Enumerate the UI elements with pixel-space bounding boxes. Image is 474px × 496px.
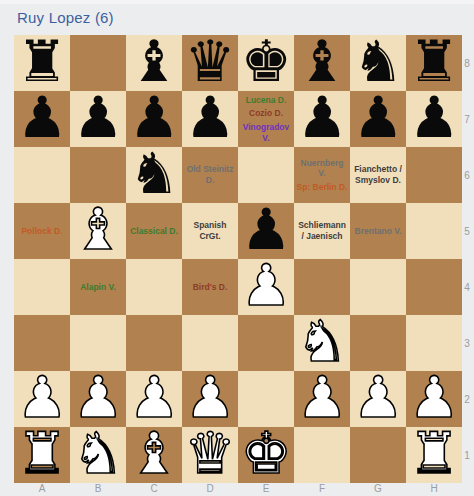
square-h8[interactable]: ♜ <box>406 35 462 91</box>
variation-labels-d6: Old Steinitz D. <box>182 147 238 203</box>
square-b2[interactable]: ♟ <box>70 371 126 427</box>
square-h6[interactable] <box>406 147 462 203</box>
variation-labels-c5: Classical D. <box>126 203 182 259</box>
square-e8[interactable]: ♚ <box>238 35 294 91</box>
variation-label: Pollock D. <box>16 226 68 237</box>
black-rook[interactable]: ♜ <box>16 35 67 90</box>
square-f7[interactable]: ♟ <box>294 91 350 147</box>
square-c2[interactable]: ♟ <box>126 371 182 427</box>
variation-labels-f5: Schliemann / Jaenisch <box>294 203 350 259</box>
rank-label-8: 8 <box>460 35 474 91</box>
white-pawn[interactable]: ♟ <box>352 371 403 426</box>
square-e4[interactable]: ♟ <box>238 259 294 315</box>
square-h2[interactable]: ♟ <box>406 371 462 427</box>
square-b7[interactable]: ♟ <box>70 91 126 147</box>
variation-label: Classical D. <box>128 226 180 237</box>
file-label-b: B <box>70 483 126 496</box>
variation-labels-e7: Lucena D.Cozio D.Vinogradov V. <box>238 91 294 147</box>
square-d1[interactable]: ♛ <box>182 427 238 483</box>
black-pawn[interactable]: ♟ <box>128 91 179 146</box>
file-label-a: A <box>14 483 70 496</box>
white-pawn[interactable]: ♟ <box>240 259 291 314</box>
square-d5[interactable]: Spanish CrGt. <box>182 203 238 259</box>
rank-label-5: 5 <box>460 203 474 259</box>
square-d8[interactable]: ♛ <box>182 35 238 91</box>
square-b6[interactable] <box>70 147 126 203</box>
square-g6[interactable]: Fianchetto / Smyslov D. <box>350 147 406 203</box>
chess-board: ♜♝♛♚♝♞♜♟♟♟♟Lucena D.Cozio D.Vinogradov V… <box>14 35 462 483</box>
white-pawn[interactable]: ♟ <box>72 371 123 426</box>
square-a5[interactable]: Pollock D. <box>14 203 70 259</box>
square-e5[interactable]: ♟ <box>238 203 294 259</box>
variation-label: Alapin V. <box>72 282 124 293</box>
square-a4[interactable] <box>14 259 70 315</box>
square-c4[interactable] <box>126 259 182 315</box>
variation-label: Bird's D. <box>184 282 236 293</box>
page-title: Ruy Lopez (6) <box>17 9 114 26</box>
square-f8[interactable]: ♝ <box>294 35 350 91</box>
white-pawn[interactable]: ♟ <box>296 371 347 426</box>
black-knight[interactable]: ♞ <box>352 35 403 90</box>
square-f4[interactable] <box>294 259 350 315</box>
black-queen[interactable]: ♛ <box>184 35 235 90</box>
variation-labels-d4: Bird's D. <box>182 259 238 315</box>
square-b1[interactable]: ♞ <box>70 427 126 483</box>
black-pawn[interactable]: ♟ <box>72 91 123 146</box>
square-a3[interactable] <box>14 315 70 371</box>
black-pawn[interactable]: ♟ <box>184 91 235 146</box>
file-label-h: H <box>406 483 462 496</box>
square-f3[interactable]: ♞ <box>294 315 350 371</box>
variation-labels-d5: Spanish CrGt. <box>182 203 238 259</box>
square-a8[interactable]: ♜ <box>14 35 70 91</box>
white-queen[interactable]: ♛ <box>184 427 235 482</box>
black-knight[interactable]: ♞ <box>128 147 179 202</box>
variation-labels-f6: Nuernberg V.Sp: Berlin D. <box>294 147 350 203</box>
variation-label: Nuernberg V. <box>296 158 348 179</box>
square-f6[interactable]: Nuernberg V.Sp: Berlin D. <box>294 147 350 203</box>
file-label-g: G <box>350 483 406 496</box>
square-d4[interactable]: Bird's D. <box>182 259 238 315</box>
variation-label: Old Steinitz D. <box>184 164 236 185</box>
square-g7[interactable]: ♟ <box>350 91 406 147</box>
white-bishop[interactable]: ♝ <box>72 203 123 258</box>
file-label-c: C <box>126 483 182 496</box>
white-pawn[interactable]: ♟ <box>128 371 179 426</box>
square-h7[interactable]: ♟ <box>406 91 462 147</box>
white-pawn[interactable]: ♟ <box>408 371 459 426</box>
square-b3[interactable] <box>70 315 126 371</box>
square-c5[interactable]: Classical D. <box>126 203 182 259</box>
white-pawn[interactable]: ♟ <box>184 371 235 426</box>
variation-label: Fianchetto / Smyslov D. <box>352 164 404 185</box>
black-king[interactable]: ♚ <box>240 35 291 90</box>
square-g5[interactable]: Brentano V. <box>350 203 406 259</box>
variation-label: Brentano V. <box>352 226 404 237</box>
variation-label: Cozio D. <box>240 108 292 119</box>
black-pawn[interactable]: ♟ <box>408 91 459 146</box>
variation-label: Spanish CrGt. <box>184 220 236 241</box>
file-label-e: E <box>238 483 294 496</box>
variation-labels-g6: Fianchetto / Smyslov D. <box>350 147 406 203</box>
square-g4[interactable] <box>350 259 406 315</box>
rank-label-7: 7 <box>460 91 474 147</box>
square-c1[interactable]: ♝ <box>126 427 182 483</box>
square-e2[interactable] <box>238 371 294 427</box>
square-g2[interactable]: ♟ <box>350 371 406 427</box>
file-label-f: F <box>294 483 350 496</box>
square-c7[interactable]: ♟ <box>126 91 182 147</box>
file-labels: ABCDEFGH <box>14 483 462 496</box>
square-g3[interactable] <box>350 315 406 371</box>
variation-label: Lucena D. <box>240 95 292 106</box>
square-c6[interactable]: ♞ <box>126 147 182 203</box>
white-knight[interactable]: ♞ <box>72 427 123 482</box>
square-h1[interactable]: ♜ <box>406 427 462 483</box>
variation-labels-b4: Alapin V. <box>70 259 126 315</box>
square-c8[interactable]: ♝ <box>126 35 182 91</box>
square-g8[interactable]: ♞ <box>350 35 406 91</box>
square-e7[interactable]: Lucena D.Cozio D.Vinogradov V. <box>238 91 294 147</box>
square-b4[interactable]: Alapin V. <box>70 259 126 315</box>
white-pawn[interactable]: ♟ <box>16 371 67 426</box>
white-rook[interactable]: ♜ <box>16 427 67 482</box>
square-f1[interactable] <box>294 427 350 483</box>
square-a1[interactable]: ♜ <box>14 427 70 483</box>
square-e3[interactable] <box>238 315 294 371</box>
square-d2[interactable]: ♟ <box>182 371 238 427</box>
square-a2[interactable]: ♟ <box>14 371 70 427</box>
rank-label-2: 2 <box>460 371 474 427</box>
black-pawn[interactable]: ♟ <box>296 91 347 146</box>
variation-label: Schliemann / Jaenisch <box>296 220 348 241</box>
square-c3[interactable] <box>126 315 182 371</box>
rank-label-3: 3 <box>460 315 474 371</box>
white-rook[interactable]: ♜ <box>408 427 459 482</box>
window-top-strip <box>0 0 474 4</box>
square-h5[interactable] <box>406 203 462 259</box>
rank-labels: 87654321 <box>460 35 474 483</box>
black-bishop[interactable]: ♝ <box>128 35 179 90</box>
rank-label-1: 1 <box>460 427 474 483</box>
black-pawn[interactable]: ♟ <box>16 91 67 146</box>
white-knight[interactable]: ♞ <box>296 315 347 370</box>
file-label-d: D <box>182 483 238 496</box>
square-e1[interactable]: ♚ <box>238 427 294 483</box>
square-a6[interactable] <box>14 147 70 203</box>
white-king[interactable]: ♚ <box>240 427 291 482</box>
rank-label-4: 4 <box>460 259 474 315</box>
black-bishop[interactable]: ♝ <box>296 35 347 90</box>
square-h4[interactable] <box>406 259 462 315</box>
black-pawn[interactable]: ♟ <box>240 203 291 258</box>
square-b5[interactable]: ♝ <box>70 203 126 259</box>
square-a7[interactable]: ♟ <box>14 91 70 147</box>
square-h3[interactable] <box>406 315 462 371</box>
square-d7[interactable]: ♟ <box>182 91 238 147</box>
black-rook[interactable]: ♜ <box>408 35 459 90</box>
rank-label-6: 6 <box>460 147 474 203</box>
square-d3[interactable] <box>182 315 238 371</box>
square-e6[interactable] <box>238 147 294 203</box>
square-f5[interactable]: Schliemann / Jaenisch <box>294 203 350 259</box>
square-d6[interactable]: Old Steinitz D. <box>182 147 238 203</box>
square-g1[interactable] <box>350 427 406 483</box>
variation-labels-g5: Brentano V. <box>350 203 406 259</box>
variation-label: Sp: Berlin D. <box>296 182 348 193</box>
variation-labels-a5: Pollock D. <box>14 203 70 259</box>
square-f2[interactable]: ♟ <box>294 371 350 427</box>
variation-label: Vinogradov V. <box>240 122 292 143</box>
black-pawn[interactable]: ♟ <box>352 91 403 146</box>
square-b8[interactable] <box>70 35 126 91</box>
white-bishop[interactable]: ♝ <box>128 427 179 482</box>
